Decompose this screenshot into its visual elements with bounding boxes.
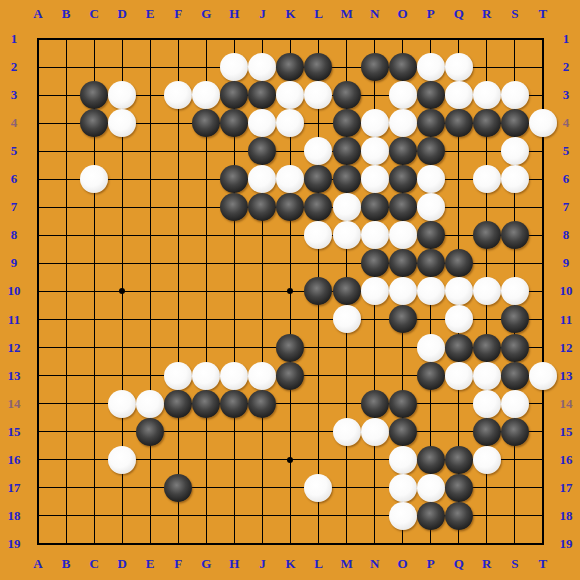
point-F7[interactable] (164, 193, 192, 221)
point-H18[interactable] (220, 502, 248, 530)
point-N18[interactable] (361, 502, 389, 530)
point-L18[interactable] (304, 502, 332, 530)
point-O18[interactable] (389, 502, 417, 530)
point-B1[interactable] (52, 25, 80, 53)
point-M6[interactable] (332, 165, 360, 193)
point-F1[interactable] (164, 25, 192, 53)
point-B18[interactable] (52, 502, 80, 530)
point-L16[interactable] (304, 446, 332, 474)
point-G8[interactable] (192, 221, 220, 249)
point-A12[interactable] (24, 333, 52, 361)
point-D5[interactable] (108, 137, 136, 165)
point-D8[interactable] (108, 221, 136, 249)
point-J17[interactable] (248, 474, 276, 502)
point-M9[interactable] (332, 249, 360, 277)
point-F4[interactable] (164, 109, 192, 137)
point-J13[interactable] (248, 362, 276, 390)
point-R9[interactable] (473, 249, 501, 277)
point-F13[interactable] (164, 362, 192, 390)
point-S18[interactable] (501, 502, 529, 530)
point-C11[interactable] (80, 305, 108, 333)
point-M4[interactable] (332, 109, 360, 137)
point-J4[interactable] (248, 109, 276, 137)
point-B7[interactable] (52, 193, 80, 221)
point-H17[interactable] (220, 474, 248, 502)
point-G14[interactable] (192, 390, 220, 418)
point-H19[interactable] (220, 530, 248, 558)
point-E18[interactable] (136, 502, 164, 530)
point-B5[interactable] (52, 137, 80, 165)
point-E19[interactable] (136, 530, 164, 558)
point-J19[interactable] (248, 530, 276, 558)
point-Q19[interactable] (445, 530, 473, 558)
point-S11[interactable] (501, 305, 529, 333)
point-Q18[interactable] (445, 502, 473, 530)
point-M10[interactable] (332, 277, 360, 305)
point-P11[interactable] (417, 305, 445, 333)
point-O19[interactable] (389, 530, 417, 558)
point-J10[interactable] (248, 277, 276, 305)
point-L13[interactable] (304, 362, 332, 390)
point-B17[interactable] (52, 474, 80, 502)
point-F15[interactable] (164, 418, 192, 446)
point-K18[interactable] (276, 502, 304, 530)
point-L4[interactable] (304, 109, 332, 137)
point-N15[interactable] (361, 418, 389, 446)
point-G15[interactable] (192, 418, 220, 446)
point-L8[interactable] (304, 221, 332, 249)
point-D15[interactable] (108, 418, 136, 446)
point-L7[interactable] (304, 193, 332, 221)
point-Q9[interactable] (445, 249, 473, 277)
point-D16[interactable] (108, 446, 136, 474)
point-K15[interactable] (276, 418, 304, 446)
point-R10[interactable] (473, 277, 501, 305)
point-O6[interactable] (389, 165, 417, 193)
point-B2[interactable] (52, 53, 80, 81)
point-A8[interactable] (24, 221, 52, 249)
point-O11[interactable] (389, 305, 417, 333)
point-G11[interactable] (192, 305, 220, 333)
point-E15[interactable] (136, 418, 164, 446)
point-R3[interactable] (473, 81, 501, 109)
point-J5[interactable] (248, 137, 276, 165)
point-F18[interactable] (164, 502, 192, 530)
point-M1[interactable] (332, 25, 360, 53)
point-G9[interactable] (192, 249, 220, 277)
point-T15[interactable] (529, 418, 557, 446)
point-H6[interactable] (220, 165, 248, 193)
point-N16[interactable] (361, 446, 389, 474)
point-Q13[interactable] (445, 362, 473, 390)
point-D9[interactable] (108, 249, 136, 277)
point-L6[interactable] (304, 165, 332, 193)
point-O15[interactable] (389, 418, 417, 446)
point-S10[interactable] (501, 277, 529, 305)
point-E11[interactable] (136, 305, 164, 333)
point-K1[interactable] (276, 25, 304, 53)
point-L11[interactable] (304, 305, 332, 333)
point-H8[interactable] (220, 221, 248, 249)
point-C4[interactable] (80, 109, 108, 137)
point-E5[interactable] (136, 137, 164, 165)
point-R2[interactable] (473, 53, 501, 81)
point-T19[interactable] (529, 530, 557, 558)
point-M2[interactable] (332, 53, 360, 81)
point-C13[interactable] (80, 362, 108, 390)
point-O3[interactable] (389, 81, 417, 109)
point-T3[interactable] (529, 81, 557, 109)
point-K10[interactable] (276, 277, 304, 305)
point-H14[interactable] (220, 390, 248, 418)
point-C12[interactable] (80, 333, 108, 361)
point-P9[interactable] (417, 249, 445, 277)
point-N17[interactable] (361, 474, 389, 502)
point-D10[interactable] (108, 277, 136, 305)
point-K3[interactable] (276, 81, 304, 109)
point-S7[interactable] (501, 193, 529, 221)
point-M8[interactable] (332, 221, 360, 249)
point-L12[interactable] (304, 333, 332, 361)
point-R1[interactable] (473, 25, 501, 53)
point-S13[interactable] (501, 362, 529, 390)
point-F10[interactable] (164, 277, 192, 305)
point-R13[interactable] (473, 362, 501, 390)
point-C16[interactable] (80, 446, 108, 474)
point-T14[interactable] (529, 390, 557, 418)
point-A3[interactable] (24, 81, 52, 109)
point-H7[interactable] (220, 193, 248, 221)
point-D2[interactable] (108, 53, 136, 81)
point-O14[interactable] (389, 390, 417, 418)
point-R5[interactable] (473, 137, 501, 165)
point-P4[interactable] (417, 109, 445, 137)
point-A10[interactable] (24, 277, 52, 305)
point-N6[interactable] (361, 165, 389, 193)
point-P1[interactable] (417, 25, 445, 53)
point-A15[interactable] (24, 418, 52, 446)
point-C5[interactable] (80, 137, 108, 165)
point-G7[interactable] (192, 193, 220, 221)
point-Q10[interactable] (445, 277, 473, 305)
point-F16[interactable] (164, 446, 192, 474)
point-R7[interactable] (473, 193, 501, 221)
point-N12[interactable] (361, 333, 389, 361)
point-Q11[interactable] (445, 305, 473, 333)
point-P18[interactable] (417, 502, 445, 530)
point-J7[interactable] (248, 193, 276, 221)
point-M7[interactable] (332, 193, 360, 221)
point-F5[interactable] (164, 137, 192, 165)
point-O17[interactable] (389, 474, 417, 502)
point-S3[interactable] (501, 81, 529, 109)
point-M16[interactable] (332, 446, 360, 474)
point-J18[interactable] (248, 502, 276, 530)
point-J14[interactable] (248, 390, 276, 418)
point-Q8[interactable] (445, 221, 473, 249)
point-O9[interactable] (389, 249, 417, 277)
point-T1[interactable] (529, 25, 557, 53)
point-C3[interactable] (80, 81, 108, 109)
point-R8[interactable] (473, 221, 501, 249)
point-F12[interactable] (164, 333, 192, 361)
point-T8[interactable] (529, 221, 557, 249)
point-P8[interactable] (417, 221, 445, 249)
point-E3[interactable] (136, 81, 164, 109)
point-A4[interactable] (24, 109, 52, 137)
point-Q14[interactable] (445, 390, 473, 418)
point-Q1[interactable] (445, 25, 473, 53)
point-C18[interactable] (80, 502, 108, 530)
point-O12[interactable] (389, 333, 417, 361)
point-S15[interactable] (501, 418, 529, 446)
point-O16[interactable] (389, 446, 417, 474)
point-F19[interactable] (164, 530, 192, 558)
point-M13[interactable] (332, 362, 360, 390)
point-R6[interactable] (473, 165, 501, 193)
point-A6[interactable] (24, 165, 52, 193)
point-S19[interactable] (501, 530, 529, 558)
point-S8[interactable] (501, 221, 529, 249)
point-R14[interactable] (473, 390, 501, 418)
point-E1[interactable] (136, 25, 164, 53)
point-P19[interactable] (417, 530, 445, 558)
point-H5[interactable] (220, 137, 248, 165)
point-T13[interactable] (529, 362, 557, 390)
point-A5[interactable] (24, 137, 52, 165)
point-E7[interactable] (136, 193, 164, 221)
point-E6[interactable] (136, 165, 164, 193)
point-L3[interactable] (304, 81, 332, 109)
point-P3[interactable] (417, 81, 445, 109)
point-R17[interactable] (473, 474, 501, 502)
point-B4[interactable] (52, 109, 80, 137)
point-J1[interactable] (248, 25, 276, 53)
point-E10[interactable] (136, 277, 164, 305)
point-O1[interactable] (389, 25, 417, 53)
point-T11[interactable] (529, 305, 557, 333)
point-H9[interactable] (220, 249, 248, 277)
point-O13[interactable] (389, 362, 417, 390)
point-A7[interactable] (24, 193, 52, 221)
point-T12[interactable] (529, 333, 557, 361)
point-G17[interactable] (192, 474, 220, 502)
point-C6[interactable] (80, 165, 108, 193)
point-M11[interactable] (332, 305, 360, 333)
point-F11[interactable] (164, 305, 192, 333)
point-A2[interactable] (24, 53, 52, 81)
point-S4[interactable] (501, 109, 529, 137)
point-Q2[interactable] (445, 53, 473, 81)
point-J11[interactable] (248, 305, 276, 333)
point-Q4[interactable] (445, 109, 473, 137)
point-M17[interactable] (332, 474, 360, 502)
point-D12[interactable] (108, 333, 136, 361)
point-E2[interactable] (136, 53, 164, 81)
point-H2[interactable] (220, 53, 248, 81)
point-R12[interactable] (473, 333, 501, 361)
point-E4[interactable] (136, 109, 164, 137)
point-C19[interactable] (80, 530, 108, 558)
point-M3[interactable] (332, 81, 360, 109)
point-Q6[interactable] (445, 165, 473, 193)
point-C1[interactable] (80, 25, 108, 53)
point-L1[interactable] (304, 25, 332, 53)
point-E8[interactable] (136, 221, 164, 249)
point-D14[interactable] (108, 390, 136, 418)
point-G1[interactable] (192, 25, 220, 53)
point-P10[interactable] (417, 277, 445, 305)
point-R18[interactable] (473, 502, 501, 530)
point-P17[interactable] (417, 474, 445, 502)
point-C2[interactable] (80, 53, 108, 81)
point-J15[interactable] (248, 418, 276, 446)
point-F3[interactable] (164, 81, 192, 109)
point-N14[interactable] (361, 390, 389, 418)
point-B6[interactable] (52, 165, 80, 193)
point-H1[interactable] (220, 25, 248, 53)
point-D7[interactable] (108, 193, 136, 221)
point-E17[interactable] (136, 474, 164, 502)
point-B11[interactable] (52, 305, 80, 333)
point-P16[interactable] (417, 446, 445, 474)
point-S5[interactable] (501, 137, 529, 165)
point-F2[interactable] (164, 53, 192, 81)
point-C14[interactable] (80, 390, 108, 418)
point-T18[interactable] (529, 502, 557, 530)
point-N2[interactable] (361, 53, 389, 81)
point-K11[interactable] (276, 305, 304, 333)
point-S2[interactable] (501, 53, 529, 81)
point-J16[interactable] (248, 446, 276, 474)
point-N4[interactable] (361, 109, 389, 137)
point-G3[interactable] (192, 81, 220, 109)
point-P13[interactable] (417, 362, 445, 390)
point-M19[interactable] (332, 530, 360, 558)
point-A14[interactable] (24, 390, 52, 418)
point-D11[interactable] (108, 305, 136, 333)
point-G18[interactable] (192, 502, 220, 530)
point-C9[interactable] (80, 249, 108, 277)
point-K2[interactable] (276, 53, 304, 81)
point-N5[interactable] (361, 137, 389, 165)
point-K16[interactable] (276, 446, 304, 474)
point-H4[interactable] (220, 109, 248, 137)
point-K14[interactable] (276, 390, 304, 418)
point-Q7[interactable] (445, 193, 473, 221)
point-A19[interactable] (24, 530, 52, 558)
point-L14[interactable] (304, 390, 332, 418)
point-M5[interactable] (332, 137, 360, 165)
point-B3[interactable] (52, 81, 80, 109)
point-M15[interactable] (332, 418, 360, 446)
point-A17[interactable] (24, 474, 52, 502)
point-B10[interactable] (52, 277, 80, 305)
point-C7[interactable] (80, 193, 108, 221)
point-G19[interactable] (192, 530, 220, 558)
point-M12[interactable] (332, 333, 360, 361)
point-T10[interactable] (529, 277, 557, 305)
point-N11[interactable] (361, 305, 389, 333)
point-M18[interactable] (332, 502, 360, 530)
point-F14[interactable] (164, 390, 192, 418)
point-R16[interactable] (473, 446, 501, 474)
point-B9[interactable] (52, 249, 80, 277)
point-G13[interactable] (192, 362, 220, 390)
point-R11[interactable] (473, 305, 501, 333)
point-T4[interactable] (529, 109, 557, 137)
point-R19[interactable] (473, 530, 501, 558)
point-G5[interactable] (192, 137, 220, 165)
point-D3[interactable] (108, 81, 136, 109)
point-S16[interactable] (501, 446, 529, 474)
point-J12[interactable] (248, 333, 276, 361)
point-D19[interactable] (108, 530, 136, 558)
point-H11[interactable] (220, 305, 248, 333)
point-Q5[interactable] (445, 137, 473, 165)
point-F9[interactable] (164, 249, 192, 277)
point-K4[interactable] (276, 109, 304, 137)
point-O7[interactable] (389, 193, 417, 221)
point-K13[interactable] (276, 362, 304, 390)
point-C15[interactable] (80, 418, 108, 446)
point-G16[interactable] (192, 446, 220, 474)
point-L2[interactable] (304, 53, 332, 81)
point-B16[interactable] (52, 446, 80, 474)
point-L15[interactable] (304, 418, 332, 446)
point-K8[interactable] (276, 221, 304, 249)
point-D13[interactable] (108, 362, 136, 390)
point-G12[interactable] (192, 333, 220, 361)
point-C17[interactable] (80, 474, 108, 502)
point-T17[interactable] (529, 474, 557, 502)
point-P12[interactable] (417, 333, 445, 361)
go-grid[interactable] (24, 25, 557, 558)
point-N1[interactable] (361, 25, 389, 53)
point-O4[interactable] (389, 109, 417, 137)
point-H12[interactable] (220, 333, 248, 361)
point-A13[interactable] (24, 362, 52, 390)
point-A1[interactable] (24, 25, 52, 53)
point-D1[interactable] (108, 25, 136, 53)
point-S1[interactable] (501, 25, 529, 53)
point-T7[interactable] (529, 193, 557, 221)
point-D4[interactable] (108, 109, 136, 137)
point-C8[interactable] (80, 221, 108, 249)
point-T6[interactable] (529, 165, 557, 193)
point-B13[interactable] (52, 362, 80, 390)
point-S9[interactable] (501, 249, 529, 277)
point-L5[interactable] (304, 137, 332, 165)
point-H13[interactable] (220, 362, 248, 390)
point-G6[interactable] (192, 165, 220, 193)
point-N13[interactable] (361, 362, 389, 390)
point-S17[interactable] (501, 474, 529, 502)
point-N7[interactable] (361, 193, 389, 221)
point-J8[interactable] (248, 221, 276, 249)
point-H15[interactable] (220, 418, 248, 446)
point-Q16[interactable] (445, 446, 473, 474)
point-N19[interactable] (361, 530, 389, 558)
point-E12[interactable] (136, 333, 164, 361)
point-C10[interactable] (80, 277, 108, 305)
point-E16[interactable] (136, 446, 164, 474)
point-A18[interactable] (24, 502, 52, 530)
point-J3[interactable] (248, 81, 276, 109)
point-K19[interactable] (276, 530, 304, 558)
point-G10[interactable] (192, 277, 220, 305)
point-E13[interactable] (136, 362, 164, 390)
